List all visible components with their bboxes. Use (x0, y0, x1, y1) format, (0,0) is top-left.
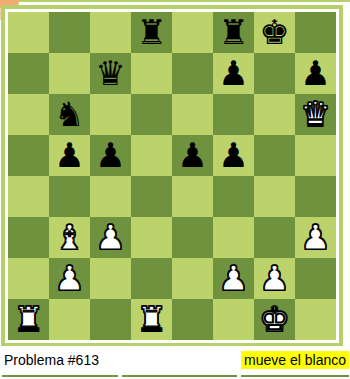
white-pawn[interactable]: ♟ (49, 258, 90, 299)
square-b3[interactable]: ♝ (49, 217, 90, 258)
square-e5[interactable]: ♟ (172, 135, 213, 176)
square-a1[interactable]: ♜ (8, 299, 49, 340)
turn-indicator-badge: mueve el blanco (241, 351, 349, 369)
square-b4[interactable] (49, 176, 90, 217)
square-c4[interactable] (90, 176, 131, 217)
square-e8[interactable] (172, 12, 213, 53)
square-d2[interactable] (131, 258, 172, 299)
footer-bar: Problema #613 mueve el blanco (0, 346, 350, 379)
board-frame: ♜♜♚♛♟♟♞♛♟♟♟♟♝♟♟♟♟♟♜♜♚ (1, 5, 343, 347)
square-g5[interactable] (254, 135, 295, 176)
square-c3[interactable]: ♟ (90, 217, 131, 258)
white-pawn[interactable]: ♟ (295, 217, 336, 258)
square-c2[interactable] (90, 258, 131, 299)
square-g3[interactable] (254, 217, 295, 258)
square-f7[interactable]: ♟ (213, 53, 254, 94)
square-f8[interactable]: ♜ (213, 12, 254, 53)
square-h7[interactable]: ♟ (295, 53, 336, 94)
white-pawn[interactable]: ♟ (213, 258, 254, 299)
square-h2[interactable] (295, 258, 336, 299)
top-divider-line (0, 0, 350, 2)
white-rook[interactable]: ♜ (8, 299, 49, 340)
square-f1[interactable] (213, 299, 254, 340)
square-a5[interactable] (8, 135, 49, 176)
square-b8[interactable] (49, 12, 90, 53)
white-queen[interactable]: ♛ (295, 94, 336, 135)
square-h4[interactable] (295, 176, 336, 217)
square-h1[interactable] (295, 299, 336, 340)
square-e6[interactable] (172, 94, 213, 135)
square-a6[interactable] (8, 94, 49, 135)
white-bishop[interactable]: ♝ (49, 217, 90, 258)
board-inner-border: ♜♜♚♛♟♟♞♛♟♟♟♟♝♟♟♟♟♟♜♜♚ (5, 9, 339, 343)
footer-underline-left (2, 375, 118, 377)
black-queen[interactable]: ♛ (90, 53, 131, 94)
chess-board[interactable]: ♜♜♚♛♟♟♞♛♟♟♟♟♝♟♟♟♟♟♜♜♚ (8, 12, 336, 340)
problem-label: Problema #613 (4, 352, 99, 368)
square-e3[interactable] (172, 217, 213, 258)
square-e1[interactable] (172, 299, 213, 340)
square-e4[interactable] (172, 176, 213, 217)
square-d8[interactable]: ♜ (131, 12, 172, 53)
black-rook[interactable]: ♜ (213, 12, 254, 53)
square-g4[interactable] (254, 176, 295, 217)
square-g6[interactable] (254, 94, 295, 135)
square-a3[interactable] (8, 217, 49, 258)
square-h5[interactable] (295, 135, 336, 176)
square-f2[interactable]: ♟ (213, 258, 254, 299)
square-d5[interactable] (131, 135, 172, 176)
square-a4[interactable] (8, 176, 49, 217)
square-c6[interactable] (90, 94, 131, 135)
square-h8[interactable] (295, 12, 336, 53)
square-c5[interactable]: ♟ (90, 135, 131, 176)
black-knight[interactable]: ♞ (49, 94, 90, 135)
square-b6[interactable]: ♞ (49, 94, 90, 135)
square-d6[interactable] (131, 94, 172, 135)
black-king[interactable]: ♚ (254, 12, 295, 53)
square-h6[interactable]: ♛ (295, 94, 336, 135)
square-a8[interactable] (8, 12, 49, 53)
square-b1[interactable] (49, 299, 90, 340)
square-g2[interactable]: ♟ (254, 258, 295, 299)
square-b5[interactable]: ♟ (49, 135, 90, 176)
square-f5[interactable]: ♟ (213, 135, 254, 176)
square-h3[interactable]: ♟ (295, 217, 336, 258)
black-pawn[interactable]: ♟ (213, 135, 254, 176)
black-rook[interactable]: ♜ (131, 12, 172, 53)
square-g1[interactable]: ♚ (254, 299, 295, 340)
square-a2[interactable] (8, 258, 49, 299)
square-b7[interactable] (49, 53, 90, 94)
white-pawn[interactable]: ♟ (90, 217, 131, 258)
square-b2[interactable]: ♟ (49, 258, 90, 299)
black-pawn[interactable]: ♟ (90, 135, 131, 176)
white-king[interactable]: ♚ (254, 299, 295, 340)
square-f3[interactable] (213, 217, 254, 258)
square-e2[interactable] (172, 258, 213, 299)
square-g7[interactable] (254, 53, 295, 94)
footer-underline-middle (122, 375, 237, 377)
square-d4[interactable] (131, 176, 172, 217)
square-e7[interactable] (172, 53, 213, 94)
square-a7[interactable] (8, 53, 49, 94)
black-pawn[interactable]: ♟ (295, 53, 336, 94)
black-pawn[interactable]: ♟ (172, 135, 213, 176)
square-f4[interactable] (213, 176, 254, 217)
square-f6[interactable] (213, 94, 254, 135)
square-d3[interactable] (131, 217, 172, 258)
black-pawn[interactable]: ♟ (213, 53, 254, 94)
square-d7[interactable] (131, 53, 172, 94)
square-d1[interactable]: ♜ (131, 299, 172, 340)
square-c8[interactable] (90, 12, 131, 53)
footer-underline-right (241, 375, 349, 377)
black-pawn[interactable]: ♟ (49, 135, 90, 176)
square-c7[interactable]: ♛ (90, 53, 131, 94)
square-c1[interactable] (90, 299, 131, 340)
square-g8[interactable]: ♚ (254, 12, 295, 53)
white-pawn[interactable]: ♟ (254, 258, 295, 299)
white-rook[interactable]: ♜ (131, 299, 172, 340)
